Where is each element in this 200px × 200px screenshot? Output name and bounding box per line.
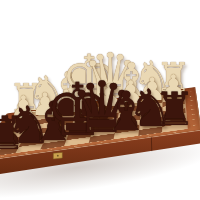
chess-set-photo: hgfedcba 12345678 ♜♞♝♚♛♝♞♜♟♟♟♟♟♟♟♟♟♟♟♟♟♟… [0,0,200,200]
black-rook-a8[interactable]: ♜ [154,85,196,131]
